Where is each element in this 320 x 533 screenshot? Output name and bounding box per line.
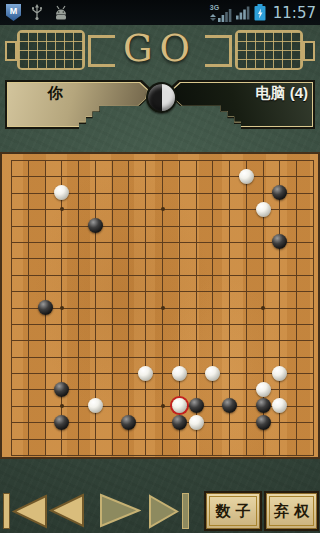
- white-stone: [172, 366, 187, 381]
- ornament-tab: [303, 41, 315, 61]
- star-point: [60, 207, 64, 211]
- pass-resign-button[interactable]: 弃权: [264, 491, 319, 531]
- title-bar: GO: [0, 25, 320, 75]
- go-board[interactable]: [0, 140, 320, 460]
- player-name-you: 你: [10, 80, 100, 106]
- step-forward-icon: [99, 493, 141, 528]
- black-stone: [256, 398, 271, 413]
- signal-3g-icon: 3G: [210, 4, 232, 22]
- star-point: [161, 306, 165, 310]
- black-stone: [172, 415, 187, 430]
- title-ornament-right: [203, 30, 315, 70]
- step-back-button[interactable]: [47, 493, 85, 528]
- step-forward-button[interactable]: [99, 493, 141, 528]
- white-stone: [138, 366, 153, 381]
- skip-to-end-button[interactable]: [148, 493, 189, 529]
- clock: 11:57: [273, 4, 316, 22]
- star-point: [60, 306, 64, 310]
- black-white-stone-indicator: [146, 82, 177, 113]
- app-screen: M 3G: [0, 0, 320, 533]
- white-stone: [239, 169, 254, 184]
- start-bar-icon: [3, 493, 10, 529]
- usb-icon: [31, 4, 43, 21]
- player-bar: 你 电脑 (4): [0, 75, 320, 140]
- star-point: [161, 404, 165, 408]
- end-bar-icon: [182, 493, 189, 529]
- skip-to-start-button[interactable]: [3, 493, 48, 529]
- star-point: [261, 306, 265, 310]
- skip-to-end-icon: [148, 494, 179, 529]
- white-stone: [189, 415, 204, 430]
- player-name-computer: 电脑 (4): [190, 80, 314, 106]
- skip-to-start-icon: [10, 494, 48, 529]
- status-bar: M 3G: [0, 0, 320, 25]
- black-stone: [54, 415, 69, 430]
- star-point: [161, 207, 165, 211]
- white-stone: [272, 366, 287, 381]
- black-stone: [88, 218, 103, 233]
- black-stone: [256, 415, 271, 430]
- status-icons-left: M: [6, 0, 69, 25]
- battery-charging-icon: [254, 4, 266, 21]
- star-point: [60, 404, 64, 408]
- white-stone: [256, 202, 271, 217]
- white-stone: [256, 382, 271, 397]
- step-back-icon: [47, 493, 85, 528]
- ornament-bracket: [205, 35, 232, 67]
- android-icon: [53, 5, 69, 21]
- shield-m-icon: M: [6, 4, 21, 21]
- white-stone: [205, 366, 220, 381]
- control-bar: 数子 弃权: [0, 460, 320, 533]
- count-score-button[interactable]: 数子: [204, 491, 262, 531]
- signal-bars-icon: [236, 5, 250, 20]
- black-stone: [38, 300, 53, 315]
- black-stone: [189, 398, 204, 413]
- ornament-lattice: [235, 30, 303, 70]
- status-icons-right: 3G 11:57: [210, 0, 316, 25]
